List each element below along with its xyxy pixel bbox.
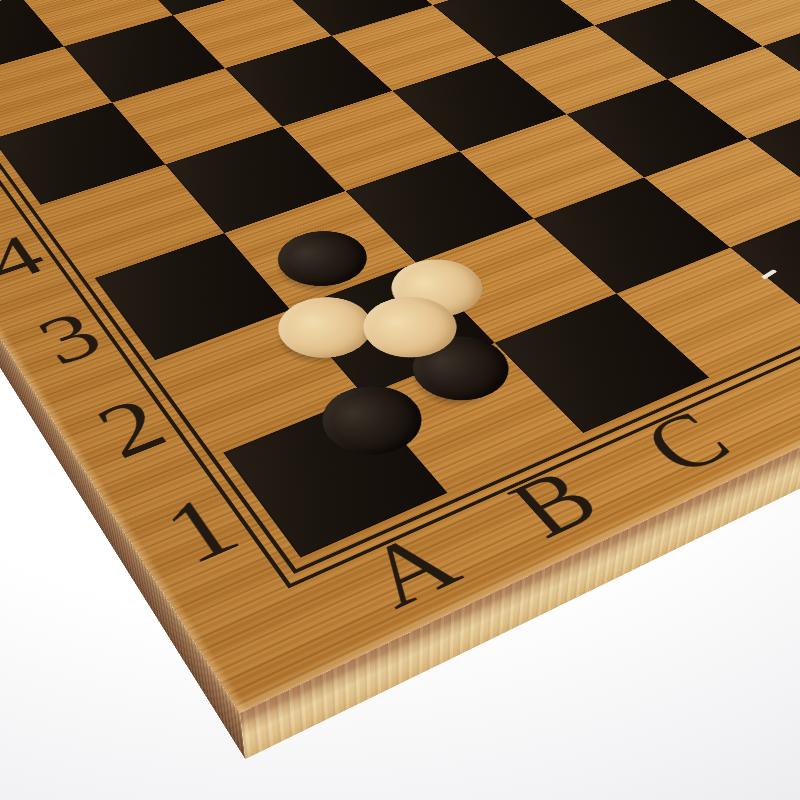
column-label-a: A bbox=[347, 518, 475, 623]
photo-scene: 1234ABC bbox=[0, 0, 800, 800]
column-label-c: C bbox=[627, 400, 747, 487]
game-board: 1234ABC bbox=[0, 0, 800, 713]
